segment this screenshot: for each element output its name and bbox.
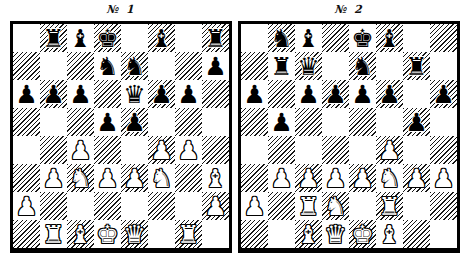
square-g7: ♜	[403, 52, 430, 80]
black-queen-e6: ♛	[121, 80, 148, 108]
square-c2	[67, 192, 94, 220]
black-bishop-f8: ♝	[148, 24, 175, 52]
white-knight-d2: ♞	[322, 192, 349, 220]
white-pawn-f4: ♟	[376, 136, 403, 164]
square-h1	[430, 220, 457, 248]
square-e6: ♛	[121, 80, 148, 108]
square-d4	[94, 136, 121, 164]
white-pawn-d3: ♟	[322, 164, 349, 192]
square-h3: ♝	[202, 164, 229, 192]
white-king-d1: ♚	[94, 220, 121, 248]
square-f7	[376, 52, 403, 80]
black-rook-g7: ♜	[403, 52, 430, 80]
white-pawn-e3: ♟	[121, 164, 148, 192]
square-e7: ♞	[349, 52, 376, 80]
square-g6	[403, 80, 430, 108]
square-a7	[13, 52, 40, 80]
white-knight-c3: ♞	[67, 164, 94, 192]
square-h4	[202, 136, 229, 164]
square-g3: ♟	[403, 164, 430, 192]
square-b6	[268, 80, 295, 108]
square-a8	[13, 24, 40, 52]
square-c7	[67, 52, 94, 80]
square-d6	[94, 80, 121, 108]
black-pawn-d6: ♟	[322, 80, 349, 108]
white-pawn-g4: ♟	[175, 136, 202, 164]
square-d5	[322, 108, 349, 136]
black-pawn-b5: ♟	[268, 108, 295, 136]
square-e3: ♟	[121, 164, 148, 192]
square-g2	[175, 192, 202, 220]
black-rook-b8: ♜	[40, 24, 67, 52]
black-pawn-f6: ♟	[376, 80, 403, 108]
black-rook-b7: ♜	[268, 52, 295, 80]
black-pawn-d5: ♟	[94, 108, 121, 136]
square-d1: ♛	[322, 220, 349, 248]
square-g1: ♜	[175, 220, 202, 248]
square-a2: ♟	[241, 192, 268, 220]
square-f3: ♞	[376, 164, 403, 192]
square-c4: ♟	[67, 136, 94, 164]
square-h6: ♟	[430, 80, 457, 108]
white-knight-f3: ♞	[148, 164, 175, 192]
square-e6: ♟	[349, 80, 376, 108]
square-f2: ♜	[376, 192, 403, 220]
square-b5: ♟	[268, 108, 295, 136]
white-rook-g1: ♜	[175, 220, 202, 248]
square-a5	[241, 108, 268, 136]
square-b4	[268, 136, 295, 164]
white-king-e1: ♚	[349, 220, 376, 248]
white-rook-c2: ♜	[295, 192, 322, 220]
black-bishop-c8: ♝	[295, 24, 322, 52]
square-f4: ♟	[148, 136, 175, 164]
white-queen-e1: ♛	[121, 220, 148, 248]
chess-diagram-2: № 2 ♞♝♚♝♜♛♞♜♟♟♟♟♟♟♟♟♟♟♟♟♟♞♟♟♟♜♞♜♝♛♚♝	[238, 0, 460, 253]
square-b8: ♞	[268, 24, 295, 52]
white-bishop-f1: ♝	[376, 220, 403, 248]
white-knight-f3: ♞	[376, 164, 403, 192]
black-knight-e7: ♞	[121, 52, 148, 80]
diagram-1-label: № 1	[10, 3, 232, 18]
black-pawn-h7: ♟	[202, 52, 229, 80]
square-b6: ♟	[40, 80, 67, 108]
square-e5	[349, 108, 376, 136]
white-pawn-e3: ♟	[349, 164, 376, 192]
square-a8	[241, 24, 268, 52]
square-g5	[175, 108, 202, 136]
square-e4	[349, 136, 376, 164]
square-g7	[175, 52, 202, 80]
square-h1	[202, 220, 229, 248]
black-queen-c7: ♛	[295, 52, 322, 80]
square-d2	[94, 192, 121, 220]
square-d4	[322, 136, 349, 164]
chess-diagram-1: № 1 ♜♝♚♝♜♞♞♟♟♟♟♛♟♟♟♟♟♟♟♟♞♟♟♞♝♟♟♜♝♚♛♜	[10, 0, 232, 253]
white-queen-d1: ♛	[322, 220, 349, 248]
square-f5	[376, 108, 403, 136]
black-pawn-f6: ♟	[148, 80, 175, 108]
white-bishop-c1: ♝	[295, 220, 322, 248]
square-g6: ♟	[175, 80, 202, 108]
square-a3	[241, 164, 268, 192]
square-b2	[268, 192, 295, 220]
black-pawn-a6: ♟	[13, 80, 40, 108]
square-f5	[148, 108, 175, 136]
black-bishop-c8: ♝	[67, 24, 94, 52]
square-f1: ♝	[376, 220, 403, 248]
square-a7	[241, 52, 268, 80]
chess-board-2: ♞♝♚♝♜♛♞♜♟♟♟♟♟♟♟♟♟♟♟♟♟♞♟♟♟♜♞♜♝♛♚♝	[238, 21, 460, 253]
square-e4	[121, 136, 148, 164]
square-d8: ♚	[94, 24, 121, 52]
square-c5	[67, 108, 94, 136]
white-pawn-a2: ♟	[241, 192, 268, 220]
square-b3: ♟	[268, 164, 295, 192]
square-c1: ♝	[67, 220, 94, 248]
black-knight-e7: ♞	[349, 52, 376, 80]
square-f8: ♝	[148, 24, 175, 52]
square-h3: ♟	[430, 164, 457, 192]
square-e1: ♚	[349, 220, 376, 248]
square-d7: ♞	[94, 52, 121, 80]
square-a1	[13, 220, 40, 248]
white-pawn-d3: ♟	[94, 164, 121, 192]
square-d2: ♞	[322, 192, 349, 220]
white-pawn-c4: ♟	[67, 136, 94, 164]
square-b7: ♜	[268, 52, 295, 80]
square-f3: ♞	[148, 164, 175, 192]
square-h6	[202, 80, 229, 108]
square-f6: ♟	[148, 80, 175, 108]
square-a3	[13, 164, 40, 192]
square-c3: ♟	[295, 164, 322, 192]
white-bishop-h3: ♝	[202, 164, 229, 192]
square-e8: ♚	[349, 24, 376, 52]
square-a1	[241, 220, 268, 248]
square-a2: ♟	[13, 192, 40, 220]
square-h7: ♟	[202, 52, 229, 80]
square-h5	[202, 108, 229, 136]
black-pawn-g5: ♟	[403, 108, 430, 136]
square-d6: ♟	[322, 80, 349, 108]
square-c8: ♝	[67, 24, 94, 52]
white-pawn-b3: ♟	[40, 164, 67, 192]
square-e1: ♛	[121, 220, 148, 248]
square-g5: ♟	[403, 108, 430, 136]
white-rook-b1: ♜	[40, 220, 67, 248]
square-g2	[403, 192, 430, 220]
white-bishop-c1: ♝	[67, 220, 94, 248]
black-pawn-c6: ♟	[295, 80, 322, 108]
black-pawn-c6: ♟	[67, 80, 94, 108]
square-g8	[403, 24, 430, 52]
square-b1	[268, 220, 295, 248]
square-c8: ♝	[295, 24, 322, 52]
black-knight-d7: ♞	[94, 52, 121, 80]
square-a6: ♟	[13, 80, 40, 108]
black-pawn-e5: ♟	[121, 108, 148, 136]
square-a5	[13, 108, 40, 136]
chess-board-1: ♜♝♚♝♜♞♞♟♟♟♟♛♟♟♟♟♟♟♟♟♞♟♟♞♝♟♟♜♝♚♛♜	[10, 21, 232, 253]
square-e2	[349, 192, 376, 220]
white-pawn-g3: ♟	[403, 164, 430, 192]
square-h4	[430, 136, 457, 164]
square-g3	[175, 164, 202, 192]
square-d5: ♟	[94, 108, 121, 136]
black-pawn-b6: ♟	[40, 80, 67, 108]
square-g8	[175, 24, 202, 52]
square-a4	[241, 136, 268, 164]
square-h2: ♟	[202, 192, 229, 220]
square-c3: ♞	[67, 164, 94, 192]
square-f2	[148, 192, 175, 220]
square-f6: ♟	[376, 80, 403, 108]
square-b5	[40, 108, 67, 136]
square-e2	[121, 192, 148, 220]
square-b4	[40, 136, 67, 164]
square-d7	[322, 52, 349, 80]
square-f4: ♟	[376, 136, 403, 164]
black-rook-h8: ♜	[202, 24, 229, 52]
square-e5: ♟	[121, 108, 148, 136]
square-e7: ♞	[121, 52, 148, 80]
square-d3: ♟	[94, 164, 121, 192]
square-c1: ♝	[295, 220, 322, 248]
square-b1: ♜	[40, 220, 67, 248]
square-e8	[121, 24, 148, 52]
black-pawn-g6: ♟	[175, 80, 202, 108]
square-f7	[148, 52, 175, 80]
square-b3: ♟	[40, 164, 67, 192]
square-c5	[295, 108, 322, 136]
square-b8: ♜	[40, 24, 67, 52]
black-king-d8: ♚	[94, 24, 121, 52]
black-pawn-e6: ♟	[349, 80, 376, 108]
square-h5	[430, 108, 457, 136]
square-c6: ♟	[295, 80, 322, 108]
page: № 1 ♜♝♚♝♜♞♞♟♟♟♟♛♟♟♟♟♟♟♟♟♞♟♟♞♝♟♟♜♝♚♛♜ № 2…	[0, 0, 475, 259]
square-b7	[40, 52, 67, 80]
square-c2: ♜	[295, 192, 322, 220]
square-h8: ♜	[202, 24, 229, 52]
white-pawn-f4: ♟	[148, 136, 175, 164]
black-knight-b8: ♞	[268, 24, 295, 52]
square-a6: ♟	[241, 80, 268, 108]
white-pawn-a2: ♟	[13, 192, 40, 220]
square-c6: ♟	[67, 80, 94, 108]
square-f8: ♝	[376, 24, 403, 52]
square-h2	[430, 192, 457, 220]
white-pawn-c3: ♟	[295, 164, 322, 192]
square-g4: ♟	[175, 136, 202, 164]
square-g4	[403, 136, 430, 164]
square-h8	[430, 24, 457, 52]
square-d1: ♚	[94, 220, 121, 248]
black-king-e8: ♚	[349, 24, 376, 52]
square-d8	[322, 24, 349, 52]
square-a4	[13, 136, 40, 164]
white-rook-f2: ♜	[376, 192, 403, 220]
white-pawn-b3: ♟	[268, 164, 295, 192]
black-pawn-a6: ♟	[241, 80, 268, 108]
square-b2	[40, 192, 67, 220]
square-e3: ♟	[349, 164, 376, 192]
black-bishop-f8: ♝	[376, 24, 403, 52]
square-d3: ♟	[322, 164, 349, 192]
square-c4	[295, 136, 322, 164]
square-h7	[430, 52, 457, 80]
square-g1	[403, 220, 430, 248]
white-pawn-h2: ♟	[202, 192, 229, 220]
diagram-2-label: № 2	[238, 3, 460, 18]
black-pawn-h6: ♟	[430, 80, 457, 108]
square-f1	[148, 220, 175, 248]
square-c7: ♛	[295, 52, 322, 80]
white-pawn-h3: ♟	[430, 164, 457, 192]
